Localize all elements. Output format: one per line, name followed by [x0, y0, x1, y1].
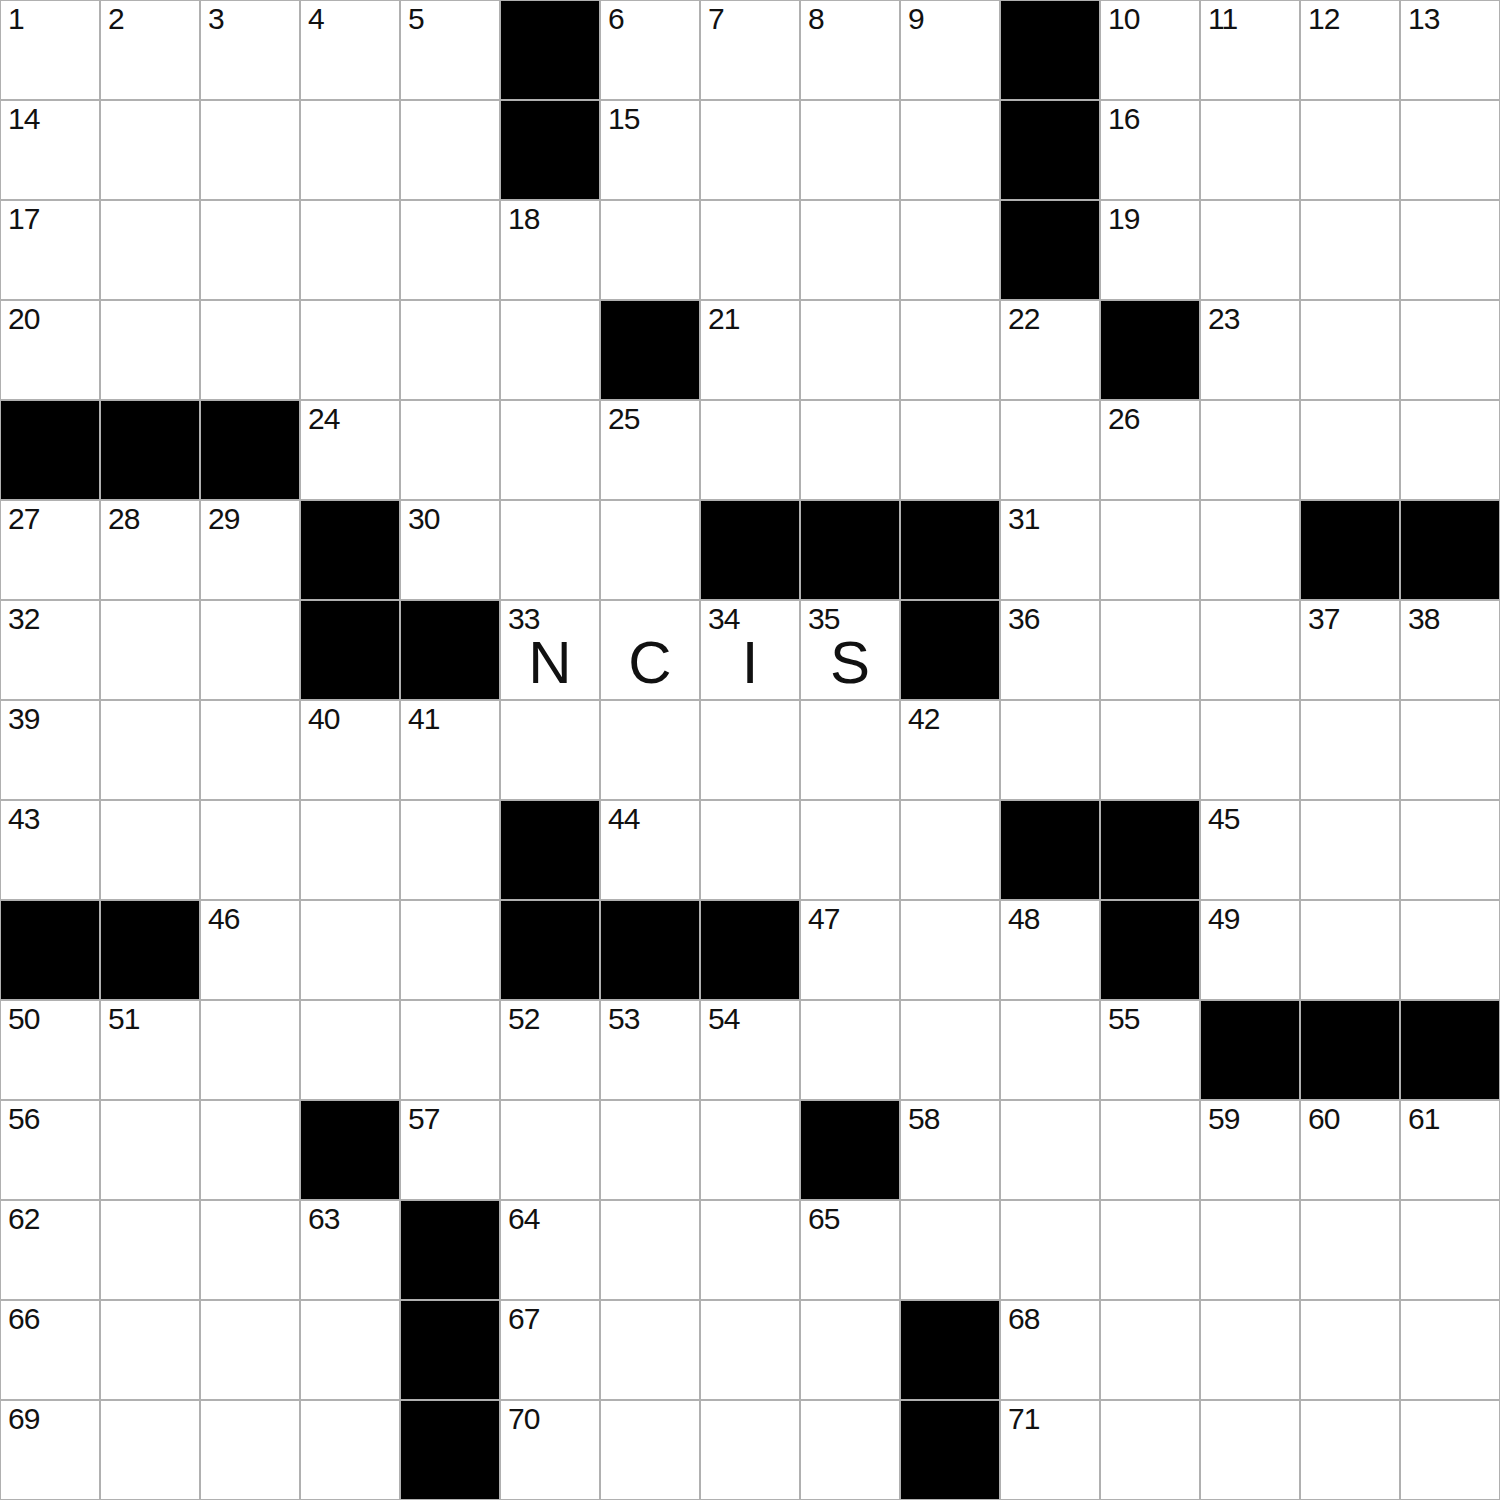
cell-r2-c14[interactable] — [1301, 101, 1399, 199]
clue-number: 6 — [608, 3, 624, 35]
cell-r5-c12[interactable]: 26 — [1101, 401, 1199, 499]
clue-number: 44 — [608, 803, 639, 835]
cell-r10-c6-black — [501, 901, 599, 999]
clue-number: 47 — [808, 903, 839, 935]
cell-r11-c5[interactable] — [401, 1001, 499, 1099]
cell-r14-c11[interactable]: 68 — [1001, 1301, 1099, 1399]
cell-r10-c11[interactable]: 48 — [1001, 901, 1099, 999]
cell-r11-c15-black — [1401, 1001, 1499, 1099]
clue-number: 53 — [608, 1003, 639, 1035]
cell-r5-c9[interactable] — [801, 401, 899, 499]
cell-r1-c14[interactable]: 12 — [1301, 1, 1399, 99]
cell-r7-c4-black — [301, 601, 399, 699]
cell-r6-c9-black — [801, 501, 899, 599]
cell-r4-c7-black — [601, 301, 699, 399]
cell-r3-c3[interactable] — [201, 201, 299, 299]
cell-r12-c13[interactable]: 59 — [1201, 1101, 1299, 1199]
clue-number: 16 — [1108, 103, 1139, 135]
cell-r8-c8[interactable] — [701, 701, 799, 799]
clue-number: 46 — [208, 903, 239, 935]
cell-r3-c1[interactable]: 17 — [1, 201, 99, 299]
cell-r13-c14[interactable] — [1301, 1201, 1399, 1299]
cell-r4-c15[interactable] — [1401, 301, 1499, 399]
cell-r13-c6[interactable]: 64 — [501, 1201, 599, 1299]
cell-r4-c9[interactable] — [801, 301, 899, 399]
cell-r7-c10-black — [901, 601, 999, 699]
cell-r8-c14[interactable] — [1301, 701, 1399, 799]
cell-r4-c10[interactable] — [901, 301, 999, 399]
cell-r15-c2[interactable] — [101, 1401, 199, 1499]
cell-r15-c7[interactable] — [601, 1401, 699, 1499]
cell-r13-c8[interactable] — [701, 1201, 799, 1299]
cell-r9-c4[interactable] — [301, 801, 399, 899]
cell-r14-c3[interactable] — [201, 1301, 299, 1399]
cell-r6-c10-black — [901, 501, 999, 599]
cell-r5-c11[interactable] — [1001, 401, 1099, 499]
clue-number: 69 — [8, 1403, 39, 1435]
cell-r9-c14[interactable] — [1301, 801, 1399, 899]
cell-r11-c10[interactable] — [901, 1001, 999, 1099]
cell-r9-c11-black — [1001, 801, 1099, 899]
cell-r6-c7[interactable] — [601, 501, 699, 599]
cell-r15-c3[interactable] — [201, 1401, 299, 1499]
cell-r10-c9[interactable]: 47 — [801, 901, 899, 999]
cell-r14-c5-black — [401, 1301, 499, 1399]
cell-r1-c15[interactable]: 13 — [1401, 1, 1499, 99]
cell-r7-c8[interactable]: 34I — [701, 601, 799, 699]
clue-number: 60 — [1308, 1103, 1339, 1135]
clue-number: 26 — [1108, 403, 1139, 435]
cell-r7-c14[interactable]: 37 — [1301, 601, 1399, 699]
clue-number: 8 — [808, 3, 824, 35]
cell-r3-c14[interactable] — [1301, 201, 1399, 299]
clue-number: 21 — [708, 303, 739, 335]
cell-r2-c8[interactable] — [701, 101, 799, 199]
clue-number: 43 — [8, 803, 39, 835]
clue-number: 70 — [508, 1403, 539, 1435]
cell-r15-c13[interactable] — [1201, 1401, 1299, 1499]
cell-r11-c13-black — [1201, 1001, 1299, 1099]
cell-r12-c4-black — [301, 1101, 399, 1199]
cell-r12-c9-black — [801, 1101, 899, 1199]
clue-number: 42 — [908, 703, 939, 735]
cell-r4-c3[interactable] — [201, 301, 299, 399]
cell-r3-c15[interactable] — [1401, 201, 1499, 299]
clue-number: 28 — [108, 503, 139, 535]
cell-r15-c12[interactable] — [1101, 1401, 1199, 1499]
clue-number: 34 — [708, 603, 739, 635]
cell-r12-c14[interactable]: 60 — [1301, 1101, 1399, 1199]
fill-letter: N — [501, 633, 599, 693]
cell-r8-c11[interactable] — [1001, 701, 1099, 799]
cell-r8-c3[interactable] — [201, 701, 299, 799]
cell-r7-c5-black — [401, 601, 499, 699]
cell-r1-c13[interactable]: 11 — [1201, 1, 1299, 99]
cell-r3-c7[interactable] — [601, 201, 699, 299]
cell-r2-c10[interactable] — [901, 101, 999, 199]
cell-r12-c11[interactable] — [1001, 1101, 1099, 1199]
cell-r8-c7[interactable] — [601, 701, 699, 799]
cell-r8-c9[interactable] — [801, 701, 899, 799]
cell-r5-c5[interactable] — [401, 401, 499, 499]
cell-r10-c1-black — [1, 901, 99, 999]
cell-r5-c13[interactable] — [1201, 401, 1299, 499]
fill-letter: S — [801, 633, 899, 693]
cell-r5-c3-black — [201, 401, 299, 499]
cell-r3-c6[interactable]: 18 — [501, 201, 599, 299]
cell-r4-c8[interactable]: 21 — [701, 301, 799, 399]
cell-r14-c4[interactable] — [301, 1301, 399, 1399]
cell-r15-c15[interactable] — [1401, 1401, 1499, 1499]
crossword-grid: 1234567891011121314151617181920212223242… — [0, 0, 1500, 1500]
cell-r3-c8[interactable] — [701, 201, 799, 299]
cell-r5-c4[interactable]: 24 — [301, 401, 399, 499]
clue-number: 20 — [8, 303, 39, 335]
cell-r3-c9[interactable] — [801, 201, 899, 299]
clue-number: 10 — [1108, 3, 1139, 35]
clue-number: 12 — [1308, 3, 1339, 35]
cell-r11-c4[interactable] — [301, 1001, 399, 1099]
cell-r7-c9[interactable]: 35S — [801, 601, 899, 699]
cell-r9-c8[interactable] — [701, 801, 799, 899]
cell-r2-c2[interactable] — [101, 101, 199, 199]
clue-number: 49 — [1208, 903, 1239, 935]
clue-number: 13 — [1408, 3, 1439, 35]
cell-r14-c15[interactable] — [1401, 1301, 1499, 1399]
cell-r5-c2-black — [101, 401, 199, 499]
cell-r11-c9[interactable] — [801, 1001, 899, 1099]
cell-r14-c7[interactable] — [601, 1301, 699, 1399]
fill-letter: C — [601, 633, 699, 693]
cell-r8-c13[interactable] — [1201, 701, 1299, 799]
cell-r8-c4[interactable]: 40 — [301, 701, 399, 799]
cell-r12-c3[interactable] — [201, 1101, 299, 1199]
clue-number: 50 — [8, 1003, 39, 1035]
cell-r10-c7-black — [601, 901, 699, 999]
cell-r2-c13[interactable] — [1201, 101, 1299, 199]
cell-r14-c9[interactable] — [801, 1301, 899, 1399]
clue-number: 38 — [1408, 603, 1439, 635]
cell-r6-c3[interactable]: 29 — [201, 501, 299, 599]
cell-r6-c14-black — [1301, 501, 1399, 599]
cell-r9-c15[interactable] — [1401, 801, 1499, 899]
cell-r4-c6[interactable] — [501, 301, 599, 399]
clue-number: 7 — [708, 3, 724, 35]
cell-r10-c3[interactable]: 46 — [201, 901, 299, 999]
cell-r2-c15[interactable] — [1401, 101, 1499, 199]
cell-r12-c15[interactable]: 61 — [1401, 1101, 1499, 1199]
clue-number: 40 — [308, 703, 339, 735]
cell-r8-c1[interactable]: 39 — [1, 701, 99, 799]
cell-r8-c6[interactable] — [501, 701, 599, 799]
cell-r14-c14[interactable] — [1301, 1301, 1399, 1399]
cell-r6-c15-black — [1401, 501, 1499, 599]
cell-r13-c13[interactable] — [1201, 1201, 1299, 1299]
cell-r2-c5[interactable] — [401, 101, 499, 199]
clue-number: 59 — [1208, 1103, 1239, 1135]
cell-r11-c8[interactable]: 54 — [701, 1001, 799, 1099]
cell-r13-c9[interactable]: 65 — [801, 1201, 899, 1299]
clue-number: 52 — [508, 1003, 539, 1035]
cell-r11-c11[interactable] — [1001, 1001, 1099, 1099]
clue-number: 48 — [1008, 903, 1039, 935]
cell-r11-c7[interactable]: 53 — [601, 1001, 699, 1099]
clue-number: 66 — [8, 1303, 39, 1335]
clue-number: 11 — [1208, 3, 1237, 35]
cell-r1-c1[interactable]: 1 — [1, 1, 99, 99]
cell-r2-c1[interactable]: 14 — [1, 101, 99, 199]
cell-r1-c12[interactable]: 10 — [1101, 1, 1199, 99]
cell-r12-c6[interactable] — [501, 1101, 599, 1199]
cell-r9-c10[interactable] — [901, 801, 999, 899]
cell-r10-c5[interactable] — [401, 901, 499, 999]
cell-r6-c8-black — [701, 501, 799, 599]
cell-r11-c2[interactable]: 51 — [101, 1001, 199, 1099]
cell-r8-c5[interactable]: 41 — [401, 701, 499, 799]
clue-number: 57 — [408, 1103, 439, 1135]
clue-number: 64 — [508, 1203, 539, 1235]
clue-number: 22 — [1008, 303, 1039, 335]
cell-r4-c13[interactable]: 23 — [1201, 301, 1299, 399]
cell-r10-c13[interactable]: 49 — [1201, 901, 1299, 999]
cell-r6-c1[interactable]: 27 — [1, 501, 99, 599]
cell-r15-c4[interactable] — [301, 1401, 399, 1499]
cell-r10-c2-black — [101, 901, 199, 999]
cell-r12-c1[interactable]: 56 — [1, 1101, 99, 1199]
cell-r1-c8[interactable]: 7 — [701, 1, 799, 99]
cell-r5-c14[interactable] — [1301, 401, 1399, 499]
clue-number: 1 — [8, 3, 24, 35]
cell-r9-c6-black — [501, 801, 599, 899]
cell-r7-c2[interactable] — [101, 601, 199, 699]
cell-r12-c2[interactable] — [101, 1101, 199, 1199]
cell-r5-c1-black — [1, 401, 99, 499]
clue-number: 5 — [408, 3, 424, 35]
cell-r7-c6[interactable]: 33N — [501, 601, 599, 699]
clue-number: 68 — [1008, 1303, 1039, 1335]
cell-r7-c12[interactable] — [1101, 601, 1199, 699]
cell-r3-c5[interactable] — [401, 201, 499, 299]
cell-r2-c12[interactable]: 16 — [1101, 101, 1199, 199]
cell-r5-c8[interactable] — [701, 401, 799, 499]
cell-r14-c8[interactable] — [701, 1301, 799, 1399]
cell-r10-c15[interactable] — [1401, 901, 1499, 999]
clue-number: 61 — [1408, 1103, 1439, 1135]
cell-r4-c14[interactable] — [1301, 301, 1399, 399]
cell-r1-c10[interactable]: 9 — [901, 1, 999, 99]
cell-r14-c1[interactable]: 66 — [1, 1301, 99, 1399]
cell-r14-c12[interactable] — [1101, 1301, 1199, 1399]
cell-r2-c3[interactable] — [201, 101, 299, 199]
cell-r5-c7[interactable]: 25 — [601, 401, 699, 499]
cell-r15-c1[interactable]: 69 — [1, 1401, 99, 1499]
cell-r15-c9[interactable] — [801, 1401, 899, 1499]
cell-r2-c4[interactable] — [301, 101, 399, 199]
cell-r13-c2[interactable] — [101, 1201, 199, 1299]
clue-number: 23 — [1208, 303, 1239, 335]
cell-r6-c5[interactable]: 30 — [401, 501, 499, 599]
cell-r9-c13[interactable]: 45 — [1201, 801, 1299, 899]
cell-r12-c12[interactable] — [1101, 1101, 1199, 1199]
cell-r10-c10[interactable] — [901, 901, 999, 999]
cell-r3-c11-black — [1001, 201, 1099, 299]
clue-number: 36 — [1008, 603, 1039, 635]
cell-r5-c15[interactable] — [1401, 401, 1499, 499]
cell-r1-c7[interactable]: 6 — [601, 1, 699, 99]
cell-r9-c5[interactable] — [401, 801, 499, 899]
cell-r4-c1[interactable]: 20 — [1, 301, 99, 399]
clue-number: 71 — [1008, 1403, 1039, 1435]
cell-r11-c1[interactable]: 50 — [1, 1001, 99, 1099]
cell-r14-c13[interactable] — [1201, 1301, 1299, 1399]
clue-number: 63 — [308, 1203, 339, 1235]
cell-r6-c11[interactable]: 31 — [1001, 501, 1099, 599]
clue-number: 31 — [1008, 503, 1039, 535]
cell-r13-c10[interactable] — [901, 1201, 999, 1299]
cell-r1-c2[interactable]: 2 — [101, 1, 199, 99]
clue-number: 24 — [308, 403, 339, 435]
cell-r12-c10[interactable]: 58 — [901, 1101, 999, 1199]
cell-r10-c4[interactable] — [301, 901, 399, 999]
cell-r13-c11[interactable] — [1001, 1201, 1099, 1299]
cell-r13-c5-black — [401, 1201, 499, 1299]
cell-r1-c4[interactable]: 4 — [301, 1, 399, 99]
cell-r9-c12-black — [1101, 801, 1199, 899]
clue-number: 37 — [1308, 603, 1339, 635]
clue-number: 45 — [1208, 803, 1239, 835]
cell-r3-c4[interactable] — [301, 201, 399, 299]
cell-r13-c3[interactable] — [201, 1201, 299, 1299]
cell-r2-c11-black — [1001, 101, 1099, 199]
cell-r11-c3[interactable] — [201, 1001, 299, 1099]
cell-r2-c7[interactable]: 15 — [601, 101, 699, 199]
clue-number: 27 — [8, 503, 39, 535]
cell-r6-c12[interactable] — [1101, 501, 1199, 599]
clue-number: 9 — [908, 3, 924, 35]
cell-r4-c2[interactable] — [101, 301, 199, 399]
cell-r6-c13[interactable] — [1201, 501, 1299, 599]
cell-r9-c7[interactable]: 44 — [601, 801, 699, 899]
cell-r15-c5-black — [401, 1401, 499, 1499]
cell-r13-c12[interactable] — [1101, 1201, 1199, 1299]
cell-r8-c2[interactable] — [101, 701, 199, 799]
cell-r11-c6[interactable]: 52 — [501, 1001, 599, 1099]
cell-r5-c6[interactable] — [501, 401, 599, 499]
clue-number: 3 — [208, 3, 224, 35]
cell-r10-c14[interactable] — [1301, 901, 1399, 999]
cell-r2-c6-black — [501, 101, 599, 199]
clue-number: 51 — [108, 1003, 139, 1035]
cell-r4-c4[interactable] — [301, 301, 399, 399]
cell-r1-c5[interactable]: 5 — [401, 1, 499, 99]
cell-r9-c2[interactable] — [101, 801, 199, 899]
clue-number: 56 — [8, 1103, 39, 1135]
cell-r1-c11-black — [1001, 1, 1099, 99]
cell-r4-c12-black — [1101, 301, 1199, 399]
cell-r8-c10[interactable]: 42 — [901, 701, 999, 799]
cell-r15-c8[interactable] — [701, 1401, 799, 1499]
cell-r6-c2[interactable]: 28 — [101, 501, 199, 599]
clue-number: 67 — [508, 1303, 539, 1335]
cell-r11-c14-black — [1301, 1001, 1399, 1099]
clue-number: 4 — [308, 3, 324, 35]
fill-letter: I — [701, 633, 799, 693]
clue-number: 55 — [1108, 1003, 1139, 1035]
clue-number: 25 — [608, 403, 639, 435]
cell-r10-c8-black — [701, 901, 799, 999]
cell-r7-c11[interactable]: 36 — [1001, 601, 1099, 699]
cell-r9-c9[interactable] — [801, 801, 899, 899]
cell-r4-c11[interactable]: 22 — [1001, 301, 1099, 399]
cell-r14-c6[interactable]: 67 — [501, 1301, 599, 1399]
clue-number: 18 — [508, 203, 539, 235]
cell-r14-c10-black — [901, 1301, 999, 1399]
cell-r7-c15[interactable]: 38 — [1401, 601, 1499, 699]
cell-r1-c9[interactable]: 8 — [801, 1, 899, 99]
cell-r9-c1[interactable]: 43 — [1, 801, 99, 899]
clue-number: 32 — [8, 603, 39, 635]
cell-r7-c1[interactable]: 32 — [1, 601, 99, 699]
clue-number: 65 — [808, 1203, 839, 1235]
cell-r3-c2[interactable] — [101, 201, 199, 299]
clue-number: 62 — [8, 1203, 39, 1235]
cell-r13-c1[interactable]: 62 — [1, 1201, 99, 1299]
cell-r3-c12[interactable]: 19 — [1101, 201, 1199, 299]
clue-number: 15 — [608, 103, 639, 135]
cell-r5-c10[interactable] — [901, 401, 999, 499]
cell-r12-c8[interactable] — [701, 1101, 799, 1199]
clue-number: 2 — [108, 3, 124, 35]
cell-r6-c6[interactable] — [501, 501, 599, 599]
clue-number: 29 — [208, 503, 239, 535]
cell-r1-c6-black — [501, 1, 599, 99]
cell-r3-c10[interactable] — [901, 201, 999, 299]
cell-r12-c7[interactable] — [601, 1101, 699, 1199]
cell-r15-c10-black — [901, 1401, 999, 1499]
cell-r9-c3[interactable] — [201, 801, 299, 899]
clue-number: 30 — [408, 503, 439, 535]
clue-number: 58 — [908, 1103, 939, 1135]
cell-r8-c12[interactable] — [1101, 701, 1199, 799]
cell-r2-c9[interactable] — [801, 101, 899, 199]
cell-r15-c14[interactable] — [1301, 1401, 1399, 1499]
cell-r10-c12-black — [1101, 901, 1199, 999]
clue-number: 39 — [8, 703, 39, 735]
cell-r13-c15[interactable] — [1401, 1201, 1499, 1299]
cell-r3-c13[interactable] — [1201, 201, 1299, 299]
cell-r15-c6[interactable]: 70 — [501, 1401, 599, 1499]
cell-r12-c5[interactable]: 57 — [401, 1101, 499, 1199]
cell-r14-c2[interactable] — [101, 1301, 199, 1399]
cell-r15-c11[interactable]: 71 — [1001, 1401, 1099, 1499]
cell-r7-c3[interactable] — [201, 601, 299, 699]
cell-r1-c3[interactable]: 3 — [201, 1, 299, 99]
cell-r13-c7[interactable] — [601, 1201, 699, 1299]
cell-r8-c15[interactable] — [1401, 701, 1499, 799]
clue-number: 19 — [1108, 203, 1139, 235]
cell-r7-c13[interactable] — [1201, 601, 1299, 699]
cell-r7-c7[interactable]: C — [601, 601, 699, 699]
clue-number: 41 — [408, 703, 439, 735]
clue-number: 17 — [8, 203, 39, 235]
cell-r11-c12[interactable]: 55 — [1101, 1001, 1199, 1099]
cell-r13-c4[interactable]: 63 — [301, 1201, 399, 1299]
cell-r6-c4-black — [301, 501, 399, 599]
cell-r4-c5[interactable] — [401, 301, 499, 399]
clue-number: 14 — [8, 103, 39, 135]
clue-number: 54 — [708, 1003, 739, 1035]
